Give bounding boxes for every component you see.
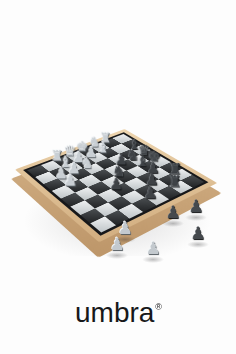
captured-silver-pawn: ♟ [104,228,130,256]
dark-pawn-glyph: ♟ [183,194,209,218]
dark-pawn: ♟ [139,184,163,201]
umbra-logo: umbra [75,297,154,328]
dark-pawn-glyph: ♟ [185,221,211,245]
silver-pawn: ♟ [59,172,82,189]
brand-logo-row: umbra® [0,297,236,329]
registered-mark-icon: ® [155,302,162,312]
captured-dark-pawn: ♟ [185,217,211,245]
product-photo: ♝♛♚♜♜♞♝♟♜♞♝♟♟♚♟♞♟♛♟♞♟♜♝♟♟♟ ♟♟♟♟♟♟ umbra® [0,0,236,354]
dark-rook: ♜ [164,173,187,190]
captured-silver-pawn: ♟ [140,232,166,260]
board-square [27,165,48,177]
dark-pawn: ♟ [105,175,128,192]
silver-pawn-glyph: ♟ [104,232,130,256]
silver-pawn-glyph: ♟ [140,236,166,260]
captured-dark-pawn: ♟ [183,190,209,218]
